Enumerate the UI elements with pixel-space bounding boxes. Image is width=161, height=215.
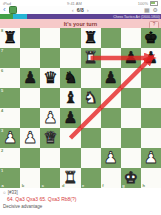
square-g8[interactable] <box>121 28 141 48</box>
piece-bN[interactable]: ♞ <box>63 68 77 88</box>
square-g2[interactable] <box>121 148 141 168</box>
square-f4[interactable] <box>101 108 121 128</box>
square-g4[interactable] <box>121 108 141 128</box>
piece-wP[interactable]: ♟ <box>144 148 158 168</box>
piece-bP[interactable]: ♟ <box>104 68 118 88</box>
piece-bP[interactable]: ♟ <box>144 48 158 68</box>
square-f6[interactable]: ♟ <box>101 68 121 88</box>
piece-bR[interactable]: ♜ <box>83 28 97 48</box>
square-g6[interactable] <box>121 68 141 88</box>
rank-label: 7 <box>1 49 3 53</box>
piece-bP[interactable]: ♟ <box>63 108 77 128</box>
square-a5[interactable]: 5 <box>0 88 20 108</box>
turn-banner: It's your turn ? <box>0 19 161 28</box>
square-c6[interactable]: ♛ <box>40 68 60 88</box>
square-f3[interactable] <box>101 128 121 148</box>
piece-wP[interactable]: ♟ <box>3 128 17 148</box>
next-puzzle-arrow[interactable]: › <box>87 7 89 13</box>
square-e7[interactable]: ♜ <box>81 48 101 68</box>
puzzle-counter: 6/8 <box>77 7 84 13</box>
clock-label: 9:41 AM <box>67 1 82 6</box>
square-e2[interactable] <box>81 148 101 168</box>
square-h6[interactable] <box>141 68 161 88</box>
rank-label: 6 <box>1 69 3 73</box>
nav-bar: ‹ ‹ 6/8 › ▦ ⚙ <box>0 6 161 14</box>
square-f7[interactable] <box>101 48 121 68</box>
square-d2[interactable] <box>60 148 80 168</box>
evaluation-text: Decisive advantage <box>3 204 158 209</box>
piece-bP[interactable]: ♟ <box>23 68 37 88</box>
file-label: c <box>42 184 44 188</box>
square-g1[interactable]: g♚ <box>121 168 141 188</box>
square-b2[interactable] <box>20 148 40 168</box>
rank-label: 1 <box>1 169 3 173</box>
chess-board: 8♜♜♚7♜♟♟6♟♛♞♟5♝♞4♟♟3♟♟♛2♟♟1abcd♜efg♚h <box>0 28 161 188</box>
file-label: h <box>142 184 144 188</box>
square-b5[interactable] <box>20 88 40 108</box>
piece-bR[interactable]: ♜ <box>3 28 17 48</box>
piece-wR[interactable]: ♜ <box>63 168 77 188</box>
square-g7[interactable]: ♟ <box>121 48 141 68</box>
square-b1[interactable]: b <box>20 168 40 188</box>
square-b8[interactable] <box>20 28 40 48</box>
file-label: a <box>2 184 4 188</box>
battery-percent: 100% <box>138 1 148 6</box>
square-f1[interactable]: f <box>101 168 121 188</box>
piece-wQ[interactable]: ♛ <box>43 128 57 148</box>
square-f5[interactable] <box>101 88 121 108</box>
piece-wP[interactable]: ♟ <box>104 148 118 168</box>
square-d1[interactable]: d♜ <box>60 168 80 188</box>
annotation-panel: ○ [#33] 64. Qa3 Qxa3 65. Qxa3 Rb8(?) Dec… <box>0 188 161 215</box>
square-e6[interactable] <box>81 68 101 88</box>
piece-wR[interactable]: ♜ <box>83 48 97 68</box>
piece-bK[interactable]: ♚ <box>144 28 158 48</box>
square-e5[interactable]: ♞ <box>81 88 101 108</box>
piece-wP[interactable]: ♟ <box>43 108 57 128</box>
white-to-move-icon: ○ <box>3 190 6 195</box>
turn-banner-text: It's your turn <box>0 21 161 27</box>
file-label: b <box>22 184 24 188</box>
square-a1[interactable]: 1a <box>0 168 20 188</box>
rank-label: 2 <box>1 149 3 153</box>
square-b6[interactable]: ♟ <box>20 68 40 88</box>
app-board-icon[interactable] <box>9 6 17 14</box>
square-g3[interactable] <box>121 128 141 148</box>
square-a8[interactable]: 8♜ <box>0 28 20 48</box>
square-c4[interactable]: ♟ <box>40 108 60 128</box>
square-d6[interactable]: ♞ <box>60 68 80 88</box>
square-h5[interactable] <box>141 88 161 108</box>
square-h4[interactable] <box>141 108 161 128</box>
square-e4[interactable] <box>81 108 101 128</box>
square-e3[interactable] <box>81 128 101 148</box>
square-d7[interactable] <box>60 48 80 68</box>
battery-icon <box>150 1 158 6</box>
square-a7[interactable]: 7 <box>0 48 20 68</box>
square-e8[interactable]: ♜ <box>81 28 101 48</box>
file-label: f <box>102 184 103 188</box>
piece-wP[interactable]: ♟ <box>23 128 37 148</box>
square-d3[interactable] <box>60 128 80 148</box>
square-g5[interactable] <box>121 88 141 108</box>
square-c7[interactable] <box>40 48 60 68</box>
back-chevron-icon[interactable]: ‹ <box>3 7 6 13</box>
puzzle-list-icon[interactable]: ▦ <box>144 7 150 13</box>
square-c5[interactable] <box>40 88 60 108</box>
variation-moves[interactable]: 64. Qa3 Qxa3 65. Qxa3 Rb8(?) <box>3 196 158 202</box>
file-label: e <box>82 184 84 188</box>
square-d5[interactable]: ♝ <box>60 88 80 108</box>
rank-label: 4 <box>1 109 3 113</box>
square-h1[interactable]: h <box>141 168 161 188</box>
square-d4[interactable]: ♟ <box>60 108 80 128</box>
square-h8[interactable]: ♚ <box>141 28 161 48</box>
gear-icon[interactable]: ⚙ <box>153 7 158 13</box>
piece-wK[interactable]: ♚ <box>124 168 138 188</box>
square-c1[interactable]: c <box>40 168 60 188</box>
square-e1[interactable]: e <box>81 168 101 188</box>
prev-puzzle-arrow[interactable]: ‹ <box>72 7 74 13</box>
square-f2[interactable]: ♟ <box>101 148 121 168</box>
piece-bP[interactable]: ♟ <box>124 48 138 68</box>
square-f8[interactable] <box>101 28 121 48</box>
square-b4[interactable] <box>20 108 40 128</box>
square-h3[interactable] <box>141 128 161 148</box>
puzzle-id: [#33] <box>8 190 18 195</box>
square-c3[interactable]: ♛ <box>40 128 60 148</box>
piece-bQ[interactable]: ♛ <box>43 68 57 88</box>
piece-wN[interactable]: ♞ <box>83 88 97 108</box>
square-a2[interactable]: 2 <box>0 148 20 168</box>
square-b3[interactable]: ♟ <box>20 128 40 148</box>
square-a3[interactable]: 3♟ <box>0 128 20 148</box>
square-c2[interactable] <box>40 148 60 168</box>
piece-bB[interactable]: ♝ <box>63 88 77 108</box>
square-c8[interactable] <box>40 28 60 48</box>
square-h7[interactable]: ♟ <box>141 48 161 68</box>
square-h2[interactable]: ♟ <box>141 148 161 168</box>
square-a6[interactable]: 6 <box>0 68 20 88</box>
square-d8[interactable] <box>60 28 80 48</box>
rank-label: 5 <box>1 89 3 93</box>
square-a4[interactable]: 4 <box>0 108 20 128</box>
square-b7[interactable] <box>20 48 40 68</box>
